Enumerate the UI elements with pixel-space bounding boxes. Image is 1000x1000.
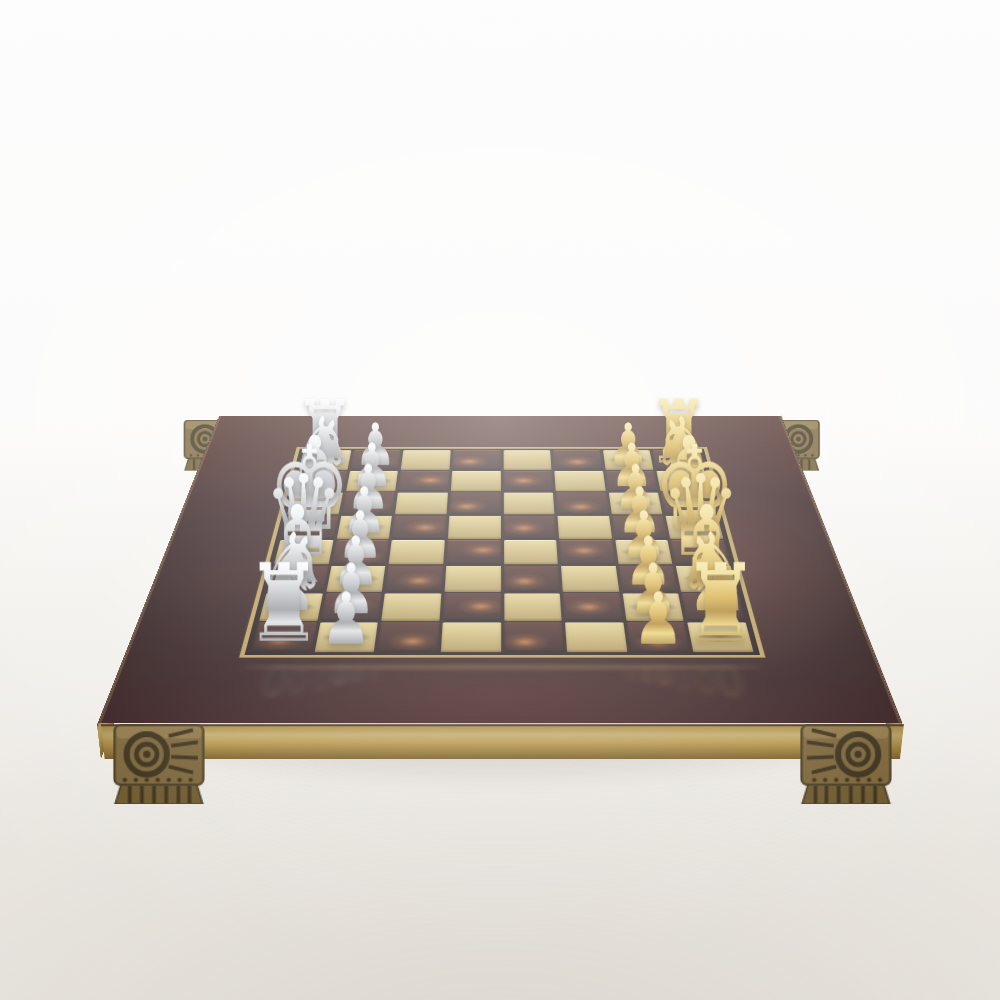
square-h5[interactable]	[503, 450, 551, 469]
square-a4[interactable]	[441, 623, 501, 653]
square-f5[interactable]	[503, 493, 554, 515]
square-h4[interactable]	[452, 450, 500, 469]
square-a5[interactable]	[504, 623, 564, 653]
square-e4[interactable]	[448, 516, 501, 539]
scene: ♜♞♝♛♚♝♞♜♟♟♟♟♟♟♟♟♟♟♟♟♟♟♟♟♜♞♝♛♚♝♞♜	[0, 0, 1000, 1000]
square-c5[interactable]	[504, 566, 560, 592]
square-f4[interactable]	[449, 493, 500, 515]
board-leg-front-right	[800, 724, 893, 804]
square-b5[interactable]	[504, 593, 562, 621]
piece-gold-pawn-a7[interactable]: ♟	[595, 590, 721, 649]
board-leg-front-left	[113, 724, 206, 804]
square-d4[interactable]	[446, 540, 500, 564]
square-c4[interactable]	[444, 566, 500, 592]
square-b4[interactable]	[443, 593, 501, 621]
piece-silver-pawn-a2[interactable]: ♟	[283, 590, 409, 649]
photo-stage: ♜♞♝♛♚♝♞♜♟♟♟♟♟♟♟♟♟♟♟♟♟♟♟♟♜♞♝♛♚♝♞♜	[0, 0, 1000, 1000]
square-g4[interactable]	[451, 471, 501, 492]
board-edge-band-front	[101, 724, 904, 759]
chess-board: ♜♞♝♛♚♝♞♜♟♟♟♟♟♟♟♟♟♟♟♟♟♟♟♟♜♞♝♛♚♝♞♜	[99, 416, 901, 723]
square-d5[interactable]	[504, 540, 558, 564]
square-e5[interactable]	[503, 516, 556, 539]
square-g5[interactable]	[503, 471, 553, 492]
